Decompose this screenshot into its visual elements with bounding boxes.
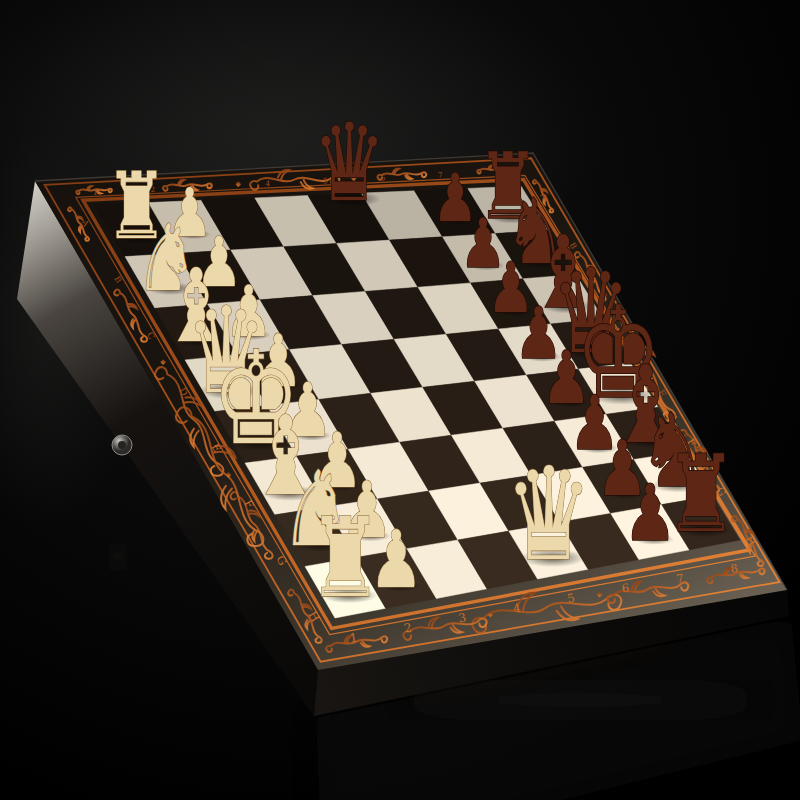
- knob-reflection: [111, 546, 125, 568]
- coordinate-label-afile-band-1: 1: [93, 188, 98, 197]
- product-photo-scene: ABCDEFGH12345678ABCDEFGH12345678 ♛♜♟♟♜♞♟…: [0, 0, 800, 800]
- coordinate-label-afile-band-4: 4: [265, 179, 270, 188]
- drawer-knob-center: [118, 441, 126, 449]
- piece-black-queen-frame[interactable]: ♛: [312, 100, 386, 226]
- piece-white-queen-h5[interactable]: ♛: [505, 440, 593, 590]
- piece-black-pawn-h7[interactable]: ♟: [623, 468, 676, 558]
- chess-board-photo: ABCDEFGH12345678ABCDEFGH12345678 ♛♜♟♟♜♞♟…: [0, 0, 800, 800]
- piece-white-rook-h1[interactable]: ♜: [308, 494, 383, 622]
- reflection-streak: [405, 684, 755, 716]
